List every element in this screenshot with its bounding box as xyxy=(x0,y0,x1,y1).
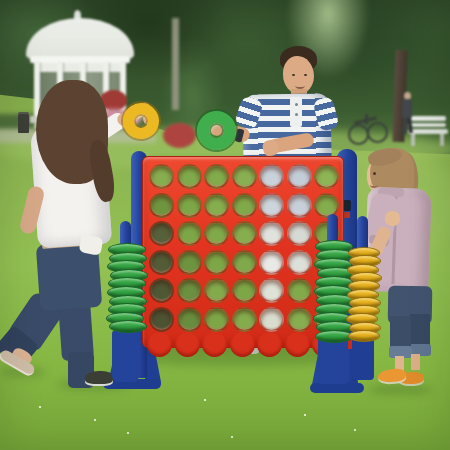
gazebo-roof xyxy=(26,18,134,60)
bicycle-wheel xyxy=(348,124,369,145)
board-scallop xyxy=(230,332,255,357)
trash-bin xyxy=(18,112,29,133)
board-hole-r2c2 xyxy=(177,193,202,218)
frame-red-clip xyxy=(344,212,350,218)
board-hole-r2c1 xyxy=(149,193,174,218)
board-hole-r4c4 xyxy=(232,250,257,275)
board-hole-r3c6 xyxy=(287,221,312,246)
daisy-dots xyxy=(0,385,450,450)
frame-slot xyxy=(343,200,351,211)
board-hole-r6c6 xyxy=(287,307,312,332)
board-hole-r1c4 xyxy=(232,164,257,189)
person-walking xyxy=(401,92,415,140)
board-hole-r1c1 xyxy=(149,164,174,189)
board-hole-r1c5 xyxy=(259,164,284,189)
board-hole-r6c5 xyxy=(259,307,284,332)
board-scallop xyxy=(175,332,200,357)
bicycle xyxy=(348,110,388,144)
board-hole-r3c4 xyxy=(232,221,257,246)
child-front-leg xyxy=(390,316,411,350)
board-hole-r4c6 xyxy=(287,250,312,275)
board-hole-r5c4 xyxy=(232,278,257,303)
child-ankle xyxy=(411,354,420,370)
man-eye xyxy=(292,74,295,76)
board-hole-r6c3 xyxy=(204,307,229,332)
board-hole-r2c3 xyxy=(204,193,229,218)
board-hole-r1c2 xyxy=(177,164,202,189)
board-hole-r5c6 xyxy=(287,278,312,303)
gazebo-fascia xyxy=(30,56,130,63)
park-scene-photo xyxy=(0,0,450,450)
right-front-post-ring xyxy=(315,330,353,343)
board-hole-r4c2 xyxy=(177,250,202,275)
man-eye xyxy=(304,74,307,76)
shirt-hem xyxy=(79,234,104,256)
board-hole-r6c4 xyxy=(232,307,257,332)
walker-body xyxy=(402,99,412,119)
board-scallop xyxy=(257,332,282,357)
man-shirt-placket xyxy=(290,97,302,127)
board-hole-r3c2 xyxy=(177,221,202,246)
board-hole-r2c4 xyxy=(232,193,257,218)
board-scallop xyxy=(202,332,227,357)
board-hole-r6c1 xyxy=(149,307,174,332)
child-back-leg xyxy=(410,314,430,348)
board-hole-r4c5 xyxy=(259,250,284,275)
board-scallop xyxy=(285,332,310,357)
shirt-button xyxy=(295,103,298,106)
ring-post-base xyxy=(112,330,139,382)
bicycle-wheel xyxy=(367,122,388,143)
red-flower-bush xyxy=(163,123,196,148)
board-hole-r6c2 xyxy=(177,307,202,332)
board-hole-r2c5 xyxy=(259,193,284,218)
board-hole-r1c6 xyxy=(287,164,312,189)
woman-shoe xyxy=(85,371,113,384)
walker-leg xyxy=(407,118,413,133)
child-eye xyxy=(373,172,376,175)
board-hole-r1c7 xyxy=(314,164,339,189)
bicycle-seatpost xyxy=(365,114,368,124)
board-hole-r1c3 xyxy=(204,164,229,189)
man-smile xyxy=(295,82,305,89)
child-fist xyxy=(385,211,400,226)
board-hole-r2c6 xyxy=(287,193,312,218)
light-tree-trunk xyxy=(172,18,179,110)
board-scallop xyxy=(147,332,172,357)
board-hole-r4c1 xyxy=(149,250,174,275)
right-rear-post-ring xyxy=(348,330,380,342)
board-hole-r5c2 xyxy=(177,278,202,303)
shirt-button xyxy=(295,113,298,116)
bench-leg xyxy=(440,134,444,146)
board-hole-r4c3 xyxy=(204,250,229,275)
